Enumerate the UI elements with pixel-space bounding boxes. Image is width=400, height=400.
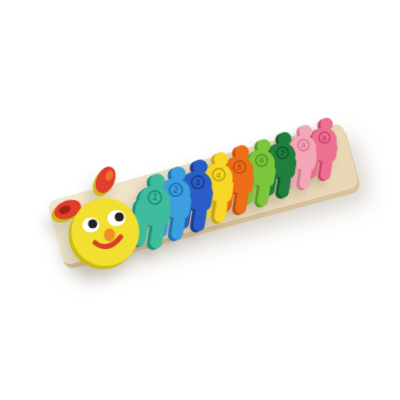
antenna-right — [90, 162, 121, 197]
caterpillar-puzzle: 1 2 3 4 — [0, 0, 400, 400]
caterpillar-head-piece — [48, 155, 160, 278]
caterpillar-head-art — [48, 155, 160, 278]
product-photo-scene: 1 2 3 4 — [0, 0, 400, 400]
